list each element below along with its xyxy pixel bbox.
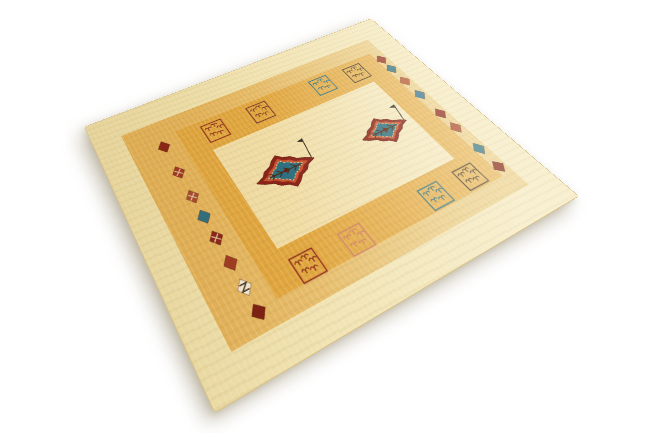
side-diamond-left (204, 226, 229, 250)
rug (85, 19, 578, 412)
side-diamond-left (231, 274, 258, 302)
bird-square (412, 178, 459, 215)
side-diamond-right (466, 139, 492, 158)
side-diamond-left (168, 163, 190, 183)
bird-square (333, 219, 381, 261)
rug-shadow (0, 0, 650, 433)
bird-square (197, 116, 235, 146)
bird-square (338, 61, 375, 85)
side-diamond-right (381, 62, 402, 76)
bird-square (284, 244, 333, 289)
side-diamond-right (444, 119, 468, 136)
bird-square (447, 159, 493, 194)
side-diamond-left (192, 205, 216, 228)
bird-square (304, 73, 341, 99)
side-diamond-left (154, 138, 175, 156)
side-diamond-left (245, 298, 273, 326)
eye-medallion (342, 99, 428, 157)
motif-layer (85, 19, 578, 412)
side-diamond-left (181, 186, 204, 208)
side-diamond-left (217, 250, 243, 276)
photo-stage (0, 0, 650, 433)
bird-square (242, 98, 280, 126)
side-diamond-right (429, 105, 453, 122)
side-diamond-right (394, 74, 416, 89)
side-diamond-right (409, 87, 432, 103)
side-diamond-right (486, 157, 511, 176)
eye-medallion (237, 132, 338, 206)
